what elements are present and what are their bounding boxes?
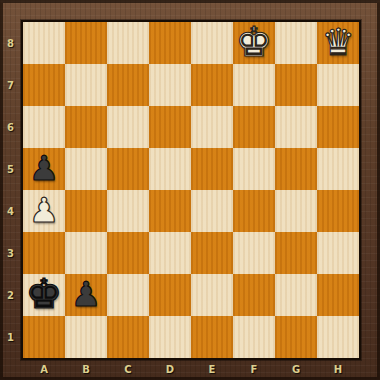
square-e8[interactable]: [191, 22, 233, 64]
square-f8[interactable]: ♚: [233, 22, 275, 64]
square-h3[interactable]: [317, 232, 359, 274]
rank-label-3: 3: [0, 232, 21, 274]
square-h4[interactable]: [317, 190, 359, 232]
square-e3[interactable]: [191, 232, 233, 274]
file-label-d: D: [149, 359, 191, 379]
square-d5[interactable]: [149, 148, 191, 190]
square-g5[interactable]: [275, 148, 317, 190]
square-d8[interactable]: [149, 22, 191, 64]
square-c8[interactable]: [107, 22, 149, 64]
rank-label-2: 2: [0, 274, 21, 316]
square-b5[interactable]: [65, 148, 107, 190]
square-d7[interactable]: [149, 64, 191, 106]
square-b6[interactable]: [65, 106, 107, 148]
square-e2[interactable]: [191, 274, 233, 316]
square-f6[interactable]: [233, 106, 275, 148]
file-label-b: B: [65, 359, 107, 379]
square-a8[interactable]: [23, 22, 65, 64]
rank-label-8: 8: [0, 22, 21, 64]
square-f1[interactable]: [233, 316, 275, 358]
square-a6[interactable]: [23, 106, 65, 148]
rank-label-4: 4: [0, 190, 21, 232]
square-f2[interactable]: [233, 274, 275, 316]
square-a5[interactable]: ♟: [23, 148, 65, 190]
square-a3[interactable]: [23, 232, 65, 274]
square-b2[interactable]: ♟: [65, 274, 107, 316]
piece-white-king[interactable]: ♚: [236, 22, 273, 63]
file-label-e: E: [191, 359, 233, 379]
square-g2[interactable]: [275, 274, 317, 316]
square-d1[interactable]: [149, 316, 191, 358]
square-e5[interactable]: [191, 148, 233, 190]
square-b1[interactable]: [65, 316, 107, 358]
file-label-g: G: [275, 359, 317, 379]
rank-label-1: 1: [0, 316, 21, 358]
square-g3[interactable]: [275, 232, 317, 274]
file-label-f: F: [233, 359, 275, 379]
file-label-c: C: [107, 359, 149, 379]
square-c4[interactable]: [107, 190, 149, 232]
square-g6[interactable]: [275, 106, 317, 148]
rank-label-5: 5: [0, 148, 21, 190]
square-c7[interactable]: [107, 64, 149, 106]
square-f5[interactable]: [233, 148, 275, 190]
square-b3[interactable]: [65, 232, 107, 274]
piece-white-pawn[interactable]: ♟: [29, 193, 59, 227]
square-d4[interactable]: [149, 190, 191, 232]
square-f4[interactable]: [233, 190, 275, 232]
piece-black-king[interactable]: ♚: [26, 274, 63, 315]
square-d6[interactable]: [149, 106, 191, 148]
square-b4[interactable]: [65, 190, 107, 232]
piece-black-pawn[interactable]: ♟: [71, 277, 101, 311]
square-e7[interactable]: [191, 64, 233, 106]
square-a1[interactable]: [23, 316, 65, 358]
square-g7[interactable]: [275, 64, 317, 106]
square-h2[interactable]: [317, 274, 359, 316]
square-h1[interactable]: [317, 316, 359, 358]
square-a4[interactable]: ♟: [23, 190, 65, 232]
chessboard-window: 87654321 ABCDEFGH ♚♛♟♟♚♟: [0, 0, 380, 380]
chess-board[interactable]: ♚♛♟♟♚♟: [21, 20, 361, 360]
square-c6[interactable]: [107, 106, 149, 148]
square-a7[interactable]: [23, 64, 65, 106]
square-g8[interactable]: [275, 22, 317, 64]
square-c2[interactable]: [107, 274, 149, 316]
file-label-h: H: [317, 359, 359, 379]
piece-white-queen[interactable]: ♛: [321, 24, 354, 61]
square-d2[interactable]: [149, 274, 191, 316]
square-g4[interactable]: [275, 190, 317, 232]
file-label-a: A: [23, 359, 65, 379]
square-c5[interactable]: [107, 148, 149, 190]
rank-label-7: 7: [0, 64, 21, 106]
rank-label-6: 6: [0, 106, 21, 148]
square-c3[interactable]: [107, 232, 149, 274]
square-g1[interactable]: [275, 316, 317, 358]
square-h7[interactable]: [317, 64, 359, 106]
square-f3[interactable]: [233, 232, 275, 274]
square-e1[interactable]: [191, 316, 233, 358]
square-e4[interactable]: [191, 190, 233, 232]
piece-black-pawn[interactable]: ♟: [29, 151, 59, 185]
square-c1[interactable]: [107, 316, 149, 358]
square-h6[interactable]: [317, 106, 359, 148]
square-b8[interactable]: [65, 22, 107, 64]
square-h8[interactable]: ♛: [317, 22, 359, 64]
square-e6[interactable]: [191, 106, 233, 148]
square-f7[interactable]: [233, 64, 275, 106]
square-b7[interactable]: [65, 64, 107, 106]
rank-labels: 87654321: [0, 22, 21, 358]
square-d3[interactable]: [149, 232, 191, 274]
square-h5[interactable]: [317, 148, 359, 190]
file-labels: ABCDEFGH: [23, 359, 359, 379]
square-a2[interactable]: ♚: [23, 274, 65, 316]
